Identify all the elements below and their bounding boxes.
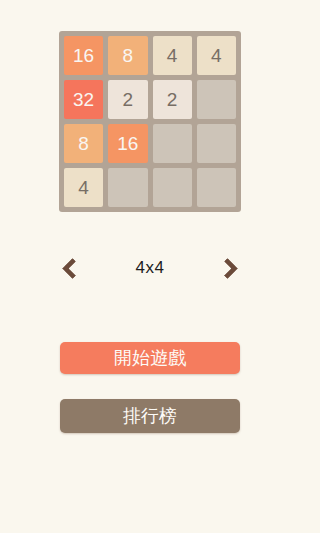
next-board-size-button[interactable] bbox=[219, 255, 241, 281]
board-size-selector: 4x4 bbox=[59, 253, 241, 283]
empty-cell bbox=[197, 80, 236, 119]
chevron-right-icon bbox=[217, 257, 238, 278]
tile-4: 4 bbox=[64, 168, 103, 207]
tile-2: 2 bbox=[108, 80, 147, 119]
tile-4: 4 bbox=[153, 36, 192, 75]
empty-cell bbox=[197, 168, 236, 207]
chevron-left-icon bbox=[61, 257, 82, 278]
empty-cell bbox=[108, 168, 147, 207]
tile-32: 32 bbox=[64, 80, 103, 119]
empty-cell bbox=[197, 124, 236, 163]
tile-8: 8 bbox=[64, 124, 103, 163]
start-game-button[interactable]: 開始遊戲 bbox=[60, 342, 240, 374]
tile-16: 16 bbox=[108, 124, 147, 163]
tile-8: 8 bbox=[108, 36, 147, 75]
board-preview: 1684432228164 bbox=[59, 31, 241, 212]
leaderboard-button[interactable]: 排行榜 bbox=[60, 399, 240, 433]
empty-cell bbox=[153, 168, 192, 207]
board-size-label: 4x4 bbox=[136, 258, 165, 278]
prev-board-size-button[interactable] bbox=[59, 255, 81, 281]
tile-2: 2 bbox=[153, 80, 192, 119]
tile-4: 4 bbox=[197, 36, 236, 75]
tile-16: 16 bbox=[64, 36, 103, 75]
empty-cell bbox=[153, 124, 192, 163]
